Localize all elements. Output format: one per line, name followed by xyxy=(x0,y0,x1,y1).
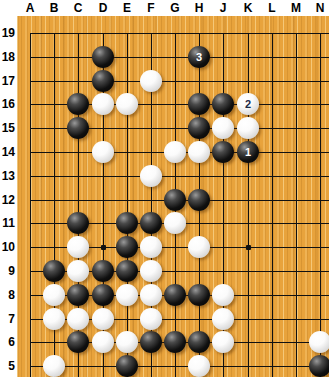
move-number: 1 xyxy=(245,147,251,158)
stone-white[interactable] xyxy=(92,141,114,163)
stone-white[interactable] xyxy=(140,284,162,306)
grid-line-v xyxy=(30,33,31,377)
stone-white[interactable] xyxy=(237,117,259,139)
move-number: 2 xyxy=(245,99,251,110)
stone-white[interactable] xyxy=(67,308,89,330)
stone-white[interactable] xyxy=(92,93,114,115)
row-label: 18 xyxy=(0,50,15,64)
row-label: 6 xyxy=(0,335,15,349)
row-label: 14 xyxy=(0,145,15,159)
row-label: 17 xyxy=(0,74,15,88)
grid-line-h xyxy=(30,176,329,177)
row-label: 12 xyxy=(0,193,15,207)
stone-black[interactable] xyxy=(43,260,65,282)
stone-black[interactable] xyxy=(67,93,89,115)
grid-line-v xyxy=(248,33,249,377)
stone-black[interactable] xyxy=(188,93,210,115)
stone-white[interactable] xyxy=(140,70,162,92)
grid-line-v xyxy=(272,33,273,377)
stone-white[interactable] xyxy=(164,212,186,234)
stone-black[interactable] xyxy=(67,212,89,234)
stone-black[interactable] xyxy=(67,331,89,353)
stone-black[interactable]: 3 xyxy=(188,46,210,68)
grid-line-h xyxy=(30,57,329,58)
stone-black[interactable] xyxy=(188,331,210,353)
stone-white[interactable] xyxy=(309,331,329,353)
stone-white[interactable] xyxy=(140,165,162,187)
stone-black[interactable] xyxy=(67,117,89,139)
row-label: 11 xyxy=(0,216,15,230)
stone-white[interactable] xyxy=(164,141,186,163)
stone-black[interactable] xyxy=(212,93,234,115)
stone-white[interactable] xyxy=(43,355,65,377)
row-label: 8 xyxy=(0,288,15,302)
column-label: D xyxy=(94,1,112,15)
stone-black[interactable] xyxy=(92,70,114,92)
stone-black[interactable]: 1 xyxy=(237,141,259,163)
column-label: E xyxy=(118,1,136,15)
column-label: F xyxy=(142,1,160,15)
stone-black[interactable] xyxy=(92,46,114,68)
row-label: 16 xyxy=(0,97,15,111)
stone-black[interactable] xyxy=(164,284,186,306)
column-label: L xyxy=(263,1,281,15)
stone-black[interactable] xyxy=(140,331,162,353)
stone-white[interactable] xyxy=(188,141,210,163)
stone-black[interactable] xyxy=(116,212,138,234)
column-label: B xyxy=(45,1,63,15)
stone-black[interactable] xyxy=(188,189,210,211)
stone-black[interactable] xyxy=(188,117,210,139)
stone-white[interactable] xyxy=(188,236,210,258)
stone-white[interactable] xyxy=(140,308,162,330)
column-label: G xyxy=(166,1,184,15)
row-label: 13 xyxy=(0,169,15,183)
stone-white[interactable] xyxy=(43,308,65,330)
grid-line-v xyxy=(320,33,321,377)
column-label: J xyxy=(214,1,232,15)
star-point xyxy=(101,245,106,250)
grid-line-h xyxy=(30,81,329,82)
column-label: H xyxy=(190,1,208,15)
stone-black[interactable] xyxy=(212,141,234,163)
row-label: 7 xyxy=(0,312,15,326)
column-label: K xyxy=(239,1,257,15)
stone-white[interactable] xyxy=(116,93,138,115)
move-number: 3 xyxy=(196,52,202,63)
grid-line-v xyxy=(296,33,297,377)
row-label: 19 xyxy=(0,26,15,40)
stone-black[interactable] xyxy=(188,284,210,306)
column-label: C xyxy=(69,1,87,15)
stone-black[interactable] xyxy=(116,260,138,282)
stone-black[interactable] xyxy=(309,355,329,377)
stone-white[interactable] xyxy=(212,308,234,330)
grid-line-v xyxy=(127,33,128,377)
stone-white[interactable] xyxy=(188,355,210,377)
star-point xyxy=(246,245,251,250)
stone-white[interactable] xyxy=(140,260,162,282)
stone-black[interactable] xyxy=(116,236,138,258)
stone-black[interactable] xyxy=(164,189,186,211)
stone-white[interactable] xyxy=(67,236,89,258)
column-label: N xyxy=(311,1,329,15)
stone-white[interactable] xyxy=(92,308,114,330)
stone-black[interactable] xyxy=(92,260,114,282)
stone-black[interactable] xyxy=(140,212,162,234)
grid-line-h xyxy=(30,33,329,34)
stone-white[interactable] xyxy=(116,331,138,353)
go-board-diagram: ABCDEFGHJKLMN191817161514131211109876531… xyxy=(0,0,329,377)
stone-white[interactable] xyxy=(116,284,138,306)
stone-white[interactable] xyxy=(43,284,65,306)
stone-black[interactable] xyxy=(92,284,114,306)
stone-white[interactable] xyxy=(212,284,234,306)
stone-white[interactable] xyxy=(67,260,89,282)
stone-white[interactable] xyxy=(212,117,234,139)
stone-white[interactable] xyxy=(92,331,114,353)
column-label: M xyxy=(287,1,305,15)
column-label: A xyxy=(21,1,39,15)
row-label: 10 xyxy=(0,240,15,254)
stone-black[interactable] xyxy=(164,331,186,353)
row-label: 15 xyxy=(0,121,15,135)
stone-black[interactable] xyxy=(67,284,89,306)
stone-white[interactable] xyxy=(140,236,162,258)
stone-white[interactable] xyxy=(212,331,234,353)
row-label: 9 xyxy=(0,264,15,278)
stone-black[interactable] xyxy=(116,355,138,377)
row-label: 5 xyxy=(0,359,15,373)
grid-line-h xyxy=(30,366,329,367)
stone-white[interactable]: 2 xyxy=(237,93,259,115)
board-overlay: ABCDEFGHJKLMN191817161514131211109876531… xyxy=(0,0,329,377)
